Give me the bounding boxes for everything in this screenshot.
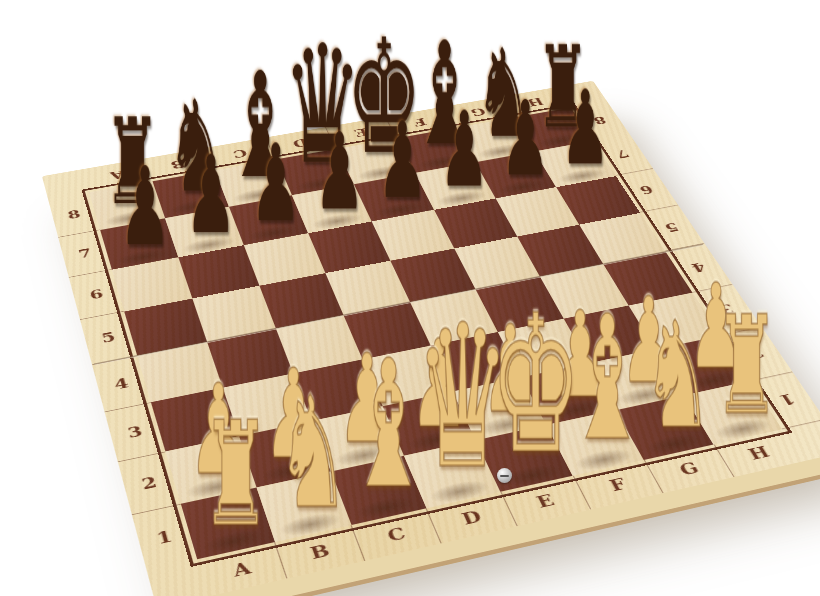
square-a1[interactable]: ♜: [181, 487, 275, 559]
piece-white-rook-a1[interactable]: ♜: [157, 403, 314, 548]
chess-set-photo: ABCDEFGH ABCDEFGH 87654321 87654321 ♜♞♝♛…: [0, 0, 820, 596]
chess-board: ABCDEFGH ABCDEFGH 87654321 87654321 ♜♞♝♛…: [42, 81, 820, 596]
screw-slot: [500, 475, 509, 477]
clasp-screw-icon: [497, 468, 512, 483]
play-area: ♜♞♝♛♚♝♞♜♟♟♟♟♟♟♟♟♟♟♟♟♟♟♟♟♜♞♝♛♚♝♞♜: [89, 107, 782, 559]
